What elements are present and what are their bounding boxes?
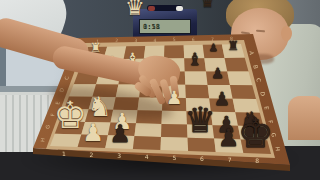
piece-black-P-h3: ♟ xyxy=(109,122,131,146)
piece-white-P-e5: ♟ xyxy=(166,89,182,107)
coord-rank-near-5: 5 xyxy=(172,155,176,161)
piece-black-Q-g6: ♛ xyxy=(185,102,216,137)
clock-button-right xyxy=(176,6,183,11)
coord-rank-near-6: 6 xyxy=(200,156,204,162)
piece-black-B-b6: ♝ xyxy=(187,51,202,68)
coord-rank-near-7: 7 xyxy=(228,157,232,163)
coord-file-left-C: C xyxy=(64,76,69,80)
piece-black-P-c7: ♟ xyxy=(211,66,224,80)
coord-file-right-H: H xyxy=(274,147,280,152)
photo-scene: 1:11 0:58 ♛♛ 1122334455667788AABBCCDDEEF… xyxy=(0,0,320,180)
coord-rank-near-8: 8 xyxy=(255,158,259,164)
piece-white-N-f2: ♞ xyxy=(87,93,111,120)
coord-rank-near-2: 2 xyxy=(90,152,94,158)
piece-black-P-a7: ♟ xyxy=(209,43,218,53)
piece-black-P-h7: ♟ xyxy=(218,125,240,149)
piece-white-P-h2: ♟ xyxy=(82,121,104,145)
clock-display: 1:11 0:58 xyxy=(139,19,191,34)
captured-black-Q: ♛ xyxy=(200,0,215,10)
child-ear xyxy=(281,26,292,41)
clock-button-left xyxy=(148,6,155,11)
coord-file-left-H: H xyxy=(41,138,46,142)
coord-rank-far-3: 3 xyxy=(134,39,137,44)
piece-black-P-e7: ♟ xyxy=(214,90,230,108)
coord-rank-near-4: 4 xyxy=(145,154,149,160)
coord-rank-far-5: 5 xyxy=(173,38,176,43)
coord-rank-far-2: 2 xyxy=(115,39,118,44)
piece-black-R-a8: ♜ xyxy=(227,40,239,53)
clock-time-right: 0:58 xyxy=(143,23,160,31)
coord-file-right-D: D xyxy=(259,92,265,97)
coord-rank-far-6: 6 xyxy=(192,38,195,43)
coord-file-right-B: B xyxy=(252,64,258,68)
coord-file-right-A: A xyxy=(248,51,254,55)
coord-rank-far-4: 4 xyxy=(154,38,157,43)
piece-black-K-h8: ♚ xyxy=(237,113,273,153)
coord-rank-near-3: 3 xyxy=(117,153,121,159)
coord-rank-near-1: 1 xyxy=(62,151,66,157)
child-arm xyxy=(288,96,320,140)
captured-white-Q: ♛ xyxy=(125,0,145,19)
